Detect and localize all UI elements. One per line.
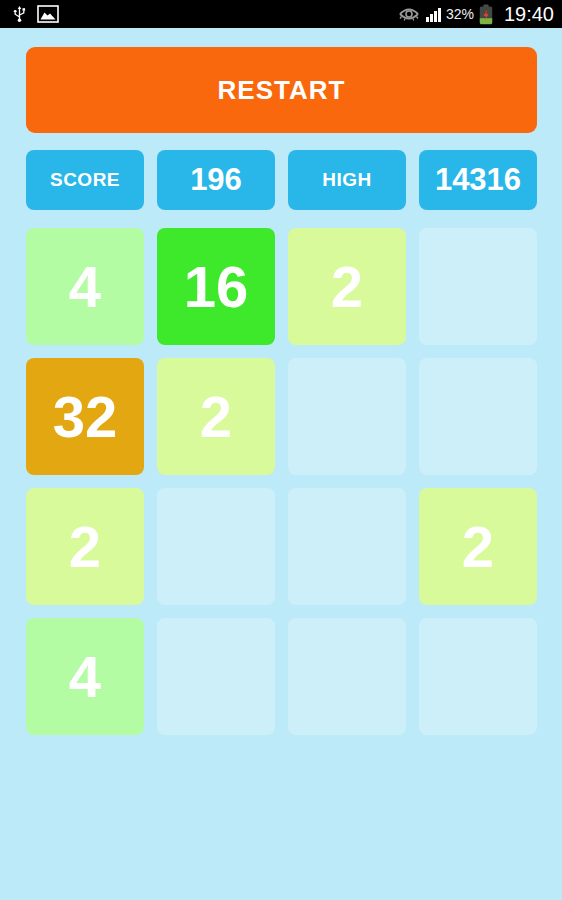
restart-button[interactable]: RESTART (26, 47, 537, 133)
score-value-chip: 196 (157, 150, 275, 210)
scoreboard: SCORE 196 HIGH 14316 (26, 150, 537, 210)
empty-cell (288, 618, 406, 735)
tile-2: 2 (419, 488, 537, 605)
high-label-chip: HIGH (288, 150, 406, 210)
empty-cell (288, 488, 406, 605)
tile-4: 4 (26, 618, 144, 735)
status-bar: 32% 19:40 (0, 0, 562, 28)
empty-cell (157, 618, 275, 735)
empty-cell (419, 358, 537, 475)
board[interactable]: 4162322224 (26, 228, 537, 735)
empty-cell (157, 488, 275, 605)
empty-cell (419, 228, 537, 345)
battery-charging-icon (479, 4, 493, 25)
tile-2: 2 (157, 358, 275, 475)
tile-2: 2 (26, 488, 144, 605)
tile-4: 4 (26, 228, 144, 345)
empty-cell (288, 358, 406, 475)
clock-text: 19:40 (504, 3, 554, 26)
battery-percent-text: 32% (446, 6, 474, 22)
smart-stay-eye-icon (397, 6, 421, 22)
game-app: RESTART SCORE 196 HIGH 14316 4162322224 (0, 28, 562, 735)
tile-2: 2 (288, 228, 406, 345)
status-bar-right: 32% 19:40 (397, 3, 554, 26)
score-label-chip: SCORE (26, 150, 144, 210)
empty-cell (419, 618, 537, 735)
screenshot-gallery-icon (37, 5, 59, 23)
tile-32: 32 (26, 358, 144, 475)
usb-icon (12, 5, 27, 23)
status-bar-left (12, 5, 397, 23)
tile-16: 16 (157, 228, 275, 345)
high-value-chip: 14316 (419, 150, 537, 210)
signal-strength-icon (426, 7, 441, 22)
phone-screen: 32% 19:40 RESTART SCORE 196 HIGH 14316 4… (0, 0, 562, 900)
